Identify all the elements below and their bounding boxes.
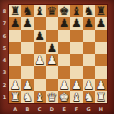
square-b2[interactable]: ♟ (21, 79, 33, 91)
square-g1[interactable]: ♞ (83, 91, 95, 103)
square-d8[interactable]: ♛ (46, 5, 58, 17)
square-a2[interactable]: ♟ (9, 79, 21, 91)
piece-white-pawn[interactable]: ♟ (96, 79, 106, 91)
rank-label-3: 3 (0, 66, 9, 78)
rank-label-2: 2 (0, 79, 9, 91)
square-b7[interactable]: ♟ (21, 17, 33, 29)
square-h2[interactable]: ♟ (95, 79, 107, 91)
file-label-h: H (95, 103, 107, 114)
square-c1[interactable]: ♝ (34, 91, 46, 103)
square-b3[interactable] (21, 66, 33, 78)
piece-black-pawn[interactable]: ♟ (96, 17, 106, 29)
piece-white-bishop[interactable]: ♝ (34, 91, 44, 103)
square-c2[interactable] (34, 79, 46, 91)
file-label-f: F (70, 103, 82, 114)
file-label-b: B (21, 103, 33, 114)
file-label-a: A (9, 103, 21, 114)
rank-label-6: 6 (0, 30, 9, 42)
square-g3[interactable] (83, 66, 95, 78)
rank-label-1: 1 (0, 91, 9, 103)
square-d1[interactable]: ♛ (46, 91, 58, 103)
square-d3[interactable] (46, 66, 58, 78)
square-f2[interactable]: ♟ (70, 79, 82, 91)
piece-black-pawn[interactable]: ♟ (47, 42, 57, 54)
square-a4[interactable] (9, 54, 21, 66)
file-label-e: E (58, 103, 70, 114)
square-e4[interactable] (58, 54, 70, 66)
square-c7[interactable] (34, 17, 46, 29)
board-frame: ♜♞♝♛♚♝♞♜♟♟♟♟♟♟♟♟♟♟♟♟♟♟♟♟♜♞♝♛♚♝♞♜ 8765432… (0, 0, 114, 114)
piece-white-knight[interactable]: ♞ (22, 91, 32, 103)
square-e8[interactable]: ♚ (58, 5, 70, 17)
square-a3[interactable] (9, 66, 21, 78)
square-h4[interactable] (95, 54, 107, 66)
square-g6[interactable] (83, 30, 95, 42)
piece-black-bishop[interactable]: ♝ (71, 5, 81, 17)
piece-white-pawn[interactable]: ♟ (22, 79, 32, 91)
rank-label-4: 4 (0, 54, 9, 66)
square-h1[interactable]: ♜ (95, 91, 107, 103)
piece-white-knight[interactable]: ♞ (83, 91, 93, 103)
square-h5[interactable] (95, 42, 107, 54)
file-label-g: G (83, 103, 95, 114)
piece-black-queen[interactable]: ♛ (47, 5, 57, 17)
piece-white-king[interactable]: ♚ (59, 91, 69, 103)
square-a7[interactable]: ♟ (9, 17, 21, 29)
square-e7[interactable]: ♟ (58, 17, 70, 29)
square-b8[interactable]: ♞ (21, 5, 33, 17)
piece-black-pawn[interactable]: ♟ (83, 17, 93, 29)
square-d2[interactable] (46, 79, 58, 91)
square-a8[interactable]: ♜ (9, 5, 21, 17)
piece-white-rook[interactable]: ♜ (10, 91, 20, 103)
square-a5[interactable] (9, 42, 21, 54)
square-h3[interactable] (95, 66, 107, 78)
piece-white-pawn[interactable]: ♟ (47, 54, 57, 66)
square-g4[interactable] (83, 54, 95, 66)
piece-white-rook[interactable]: ♜ (96, 91, 106, 103)
piece-black-pawn[interactable]: ♟ (10, 17, 20, 29)
square-b4[interactable] (21, 54, 33, 66)
piece-white-pawn[interactable]: ♟ (10, 79, 20, 91)
square-f4[interactable] (70, 54, 82, 66)
square-b6[interactable] (21, 30, 33, 42)
rank-label-5: 5 (0, 42, 9, 54)
piece-white-pawn[interactable]: ♟ (34, 54, 44, 66)
square-e1[interactable]: ♚ (58, 91, 70, 103)
piece-black-pawn[interactable]: ♟ (59, 17, 69, 29)
file-label-d: D (46, 103, 58, 114)
piece-black-pawn[interactable]: ♟ (22, 17, 32, 29)
piece-black-bishop[interactable]: ♝ (34, 5, 44, 17)
square-h6[interactable] (95, 30, 107, 42)
square-h8[interactable]: ♜ (95, 5, 107, 17)
square-g2[interactable]: ♟ (83, 79, 95, 91)
piece-black-knight[interactable]: ♞ (83, 5, 93, 17)
file-label-c: C (34, 103, 46, 114)
piece-black-pawn[interactable]: ♟ (34, 30, 44, 42)
square-c4[interactable]: ♟ (34, 54, 46, 66)
piece-white-queen[interactable]: ♛ (47, 91, 57, 103)
square-f1[interactable]: ♝ (70, 91, 82, 103)
square-f7[interactable]: ♟ (70, 17, 82, 29)
square-f6[interactable] (70, 30, 82, 42)
square-a6[interactable] (9, 30, 21, 42)
square-h7[interactable]: ♟ (95, 17, 107, 29)
square-e6[interactable] (58, 30, 70, 42)
square-f8[interactable]: ♝ (70, 5, 82, 17)
square-b5[interactable] (21, 42, 33, 54)
square-g7[interactable]: ♟ (83, 17, 95, 29)
piece-white-bishop[interactable]: ♝ (71, 91, 81, 103)
piece-white-pawn[interactable]: ♟ (83, 79, 93, 91)
piece-white-pawn[interactable]: ♟ (71, 79, 81, 91)
square-e3[interactable] (58, 66, 70, 78)
square-g5[interactable] (83, 42, 95, 54)
square-e2[interactable]: ♟ (58, 79, 70, 91)
piece-black-rook[interactable]: ♜ (96, 5, 106, 17)
rank-label-7: 7 (0, 17, 9, 29)
rank-label-8: 8 (0, 5, 9, 17)
piece-black-pawn[interactable]: ♟ (71, 17, 81, 29)
piece-black-rook[interactable]: ♜ (10, 5, 20, 17)
chess-board: ♜♞♝♛♚♝♞♜♟♟♟♟♟♟♟♟♟♟♟♟♟♟♟♟♜♞♝♛♚♝♞♜ (9, 5, 107, 103)
square-d6[interactable] (46, 30, 58, 42)
square-c5[interactable] (34, 42, 46, 54)
square-c8[interactable]: ♝ (34, 5, 46, 17)
square-b1[interactable]: ♞ (21, 91, 33, 103)
square-a1[interactable]: ♜ (9, 91, 21, 103)
square-c3[interactable] (34, 66, 46, 78)
square-g8[interactable]: ♞ (83, 5, 95, 17)
piece-black-king[interactable]: ♚ (59, 5, 69, 17)
square-f3[interactable] (70, 66, 82, 78)
square-d5[interactable]: ♟ (46, 42, 58, 54)
square-d4[interactable]: ♟ (46, 54, 58, 66)
piece-black-knight[interactable]: ♞ (22, 5, 32, 17)
square-d7[interactable] (46, 17, 58, 29)
square-f5[interactable] (70, 42, 82, 54)
square-e5[interactable] (58, 42, 70, 54)
square-c6[interactable]: ♟ (34, 30, 46, 42)
piece-white-pawn[interactable]: ♟ (59, 79, 69, 91)
